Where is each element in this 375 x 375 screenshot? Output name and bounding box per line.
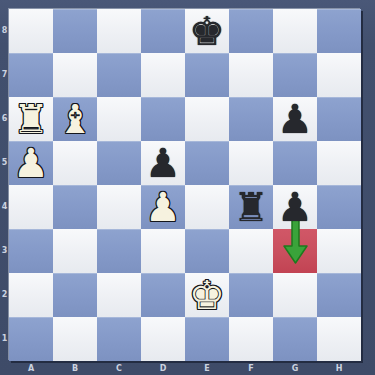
square-d6[interactable]	[141, 97, 185, 141]
file-label-g: G	[273, 363, 317, 375]
square-a2[interactable]	[9, 273, 53, 317]
rank-label-7: 7	[0, 53, 9, 97]
piece-white-pawn[interactable]: ♟	[13, 141, 49, 185]
square-e2[interactable]: ♚	[185, 273, 229, 317]
file-label-b: B	[53, 363, 97, 375]
square-a6[interactable]: ♜	[9, 97, 53, 141]
square-f1[interactable]	[229, 317, 273, 361]
square-e5[interactable]	[185, 141, 229, 185]
square-f3[interactable]	[229, 229, 273, 273]
square-h1[interactable]	[317, 317, 361, 361]
square-c2[interactable]	[97, 273, 141, 317]
square-b8[interactable]	[53, 9, 97, 53]
piece-black-pawn[interactable]: ♟	[145, 141, 181, 185]
square-h7[interactable]	[317, 53, 361, 97]
rank-label-8: 8	[0, 9, 9, 53]
square-a4[interactable]	[9, 185, 53, 229]
square-a5[interactable]: ♟	[9, 141, 53, 185]
square-b5[interactable]	[53, 141, 97, 185]
square-a1[interactable]	[9, 317, 53, 361]
square-b4[interactable]	[53, 185, 97, 229]
square-e4[interactable]	[185, 185, 229, 229]
square-d2[interactable]	[141, 273, 185, 317]
chess-board-frame: ♚♜♝♟♟♟♟♜♟♚	[9, 9, 361, 361]
rank-label-3: 3	[0, 229, 9, 273]
square-c7[interactable]	[97, 53, 141, 97]
square-f4[interactable]: ♜	[229, 185, 273, 229]
square-e1[interactable]	[185, 317, 229, 361]
square-d7[interactable]	[141, 53, 185, 97]
file-label-h: H	[317, 363, 361, 375]
piece-white-king[interactable]: ♚	[189, 273, 225, 317]
piece-white-bishop[interactable]: ♝	[57, 97, 93, 141]
square-f5[interactable]	[229, 141, 273, 185]
square-b2[interactable]	[53, 273, 97, 317]
square-f7[interactable]	[229, 53, 273, 97]
file-label-a: A	[9, 363, 53, 375]
piece-white-pawn[interactable]: ♟	[145, 185, 181, 229]
piece-black-pawn[interactable]: ♟	[277, 185, 313, 229]
piece-black-pawn[interactable]: ♟	[277, 97, 313, 141]
rank-label-5: 5	[0, 141, 9, 185]
square-a3[interactable]	[9, 229, 53, 273]
file-label-c: C	[97, 363, 141, 375]
square-b7[interactable]	[53, 53, 97, 97]
file-label-f: F	[229, 363, 273, 375]
square-g4[interactable]: ♟	[273, 185, 317, 229]
square-g5[interactable]	[273, 141, 317, 185]
square-h5[interactable]	[317, 141, 361, 185]
square-c5[interactable]	[97, 141, 141, 185]
square-e6[interactable]	[185, 97, 229, 141]
square-b6[interactable]: ♝	[53, 97, 97, 141]
square-c1[interactable]	[97, 317, 141, 361]
piece-white-rook[interactable]: ♜	[13, 97, 49, 141]
square-h6[interactable]	[317, 97, 361, 141]
square-c6[interactable]	[97, 97, 141, 141]
square-d1[interactable]	[141, 317, 185, 361]
piece-black-rook[interactable]: ♜	[233, 185, 269, 229]
square-c8[interactable]	[97, 9, 141, 53]
square-g2[interactable]	[273, 273, 317, 317]
square-d4[interactable]: ♟	[141, 185, 185, 229]
square-a8[interactable]	[9, 9, 53, 53]
square-a7[interactable]	[9, 53, 53, 97]
square-e7[interactable]	[185, 53, 229, 97]
square-g1[interactable]	[273, 317, 317, 361]
rank-label-2: 2	[0, 273, 9, 317]
chess-board: ♚♜♝♟♟♟♟♜♟♚	[9, 9, 361, 361]
square-f6[interactable]	[229, 97, 273, 141]
square-h2[interactable]	[317, 273, 361, 317]
rank-label-4: 4	[0, 185, 9, 229]
square-d5[interactable]: ♟	[141, 141, 185, 185]
square-h8[interactable]	[317, 9, 361, 53]
file-label-e: E	[185, 363, 229, 375]
square-c3[interactable]	[97, 229, 141, 273]
square-f2[interactable]	[229, 273, 273, 317]
piece-black-king[interactable]: ♚	[189, 9, 225, 53]
rank-label-6: 6	[0, 97, 9, 141]
square-d8[interactable]	[141, 9, 185, 53]
square-c4[interactable]	[97, 185, 141, 229]
square-g3[interactable]	[273, 229, 317, 273]
square-b3[interactable]	[53, 229, 97, 273]
square-d3[interactable]	[141, 229, 185, 273]
rank-label-1: 1	[0, 317, 9, 361]
square-f8[interactable]	[229, 9, 273, 53]
square-g8[interactable]	[273, 9, 317, 53]
square-e3[interactable]	[185, 229, 229, 273]
square-g7[interactable]	[273, 53, 317, 97]
square-h4[interactable]	[317, 185, 361, 229]
square-b1[interactable]	[53, 317, 97, 361]
square-g6[interactable]: ♟	[273, 97, 317, 141]
square-h3[interactable]	[317, 229, 361, 273]
square-e8[interactable]: ♚	[185, 9, 229, 53]
file-label-d: D	[141, 363, 185, 375]
chess-app: { "game": "chess", "position": "4k3/8/RB…	[0, 0, 375, 375]
